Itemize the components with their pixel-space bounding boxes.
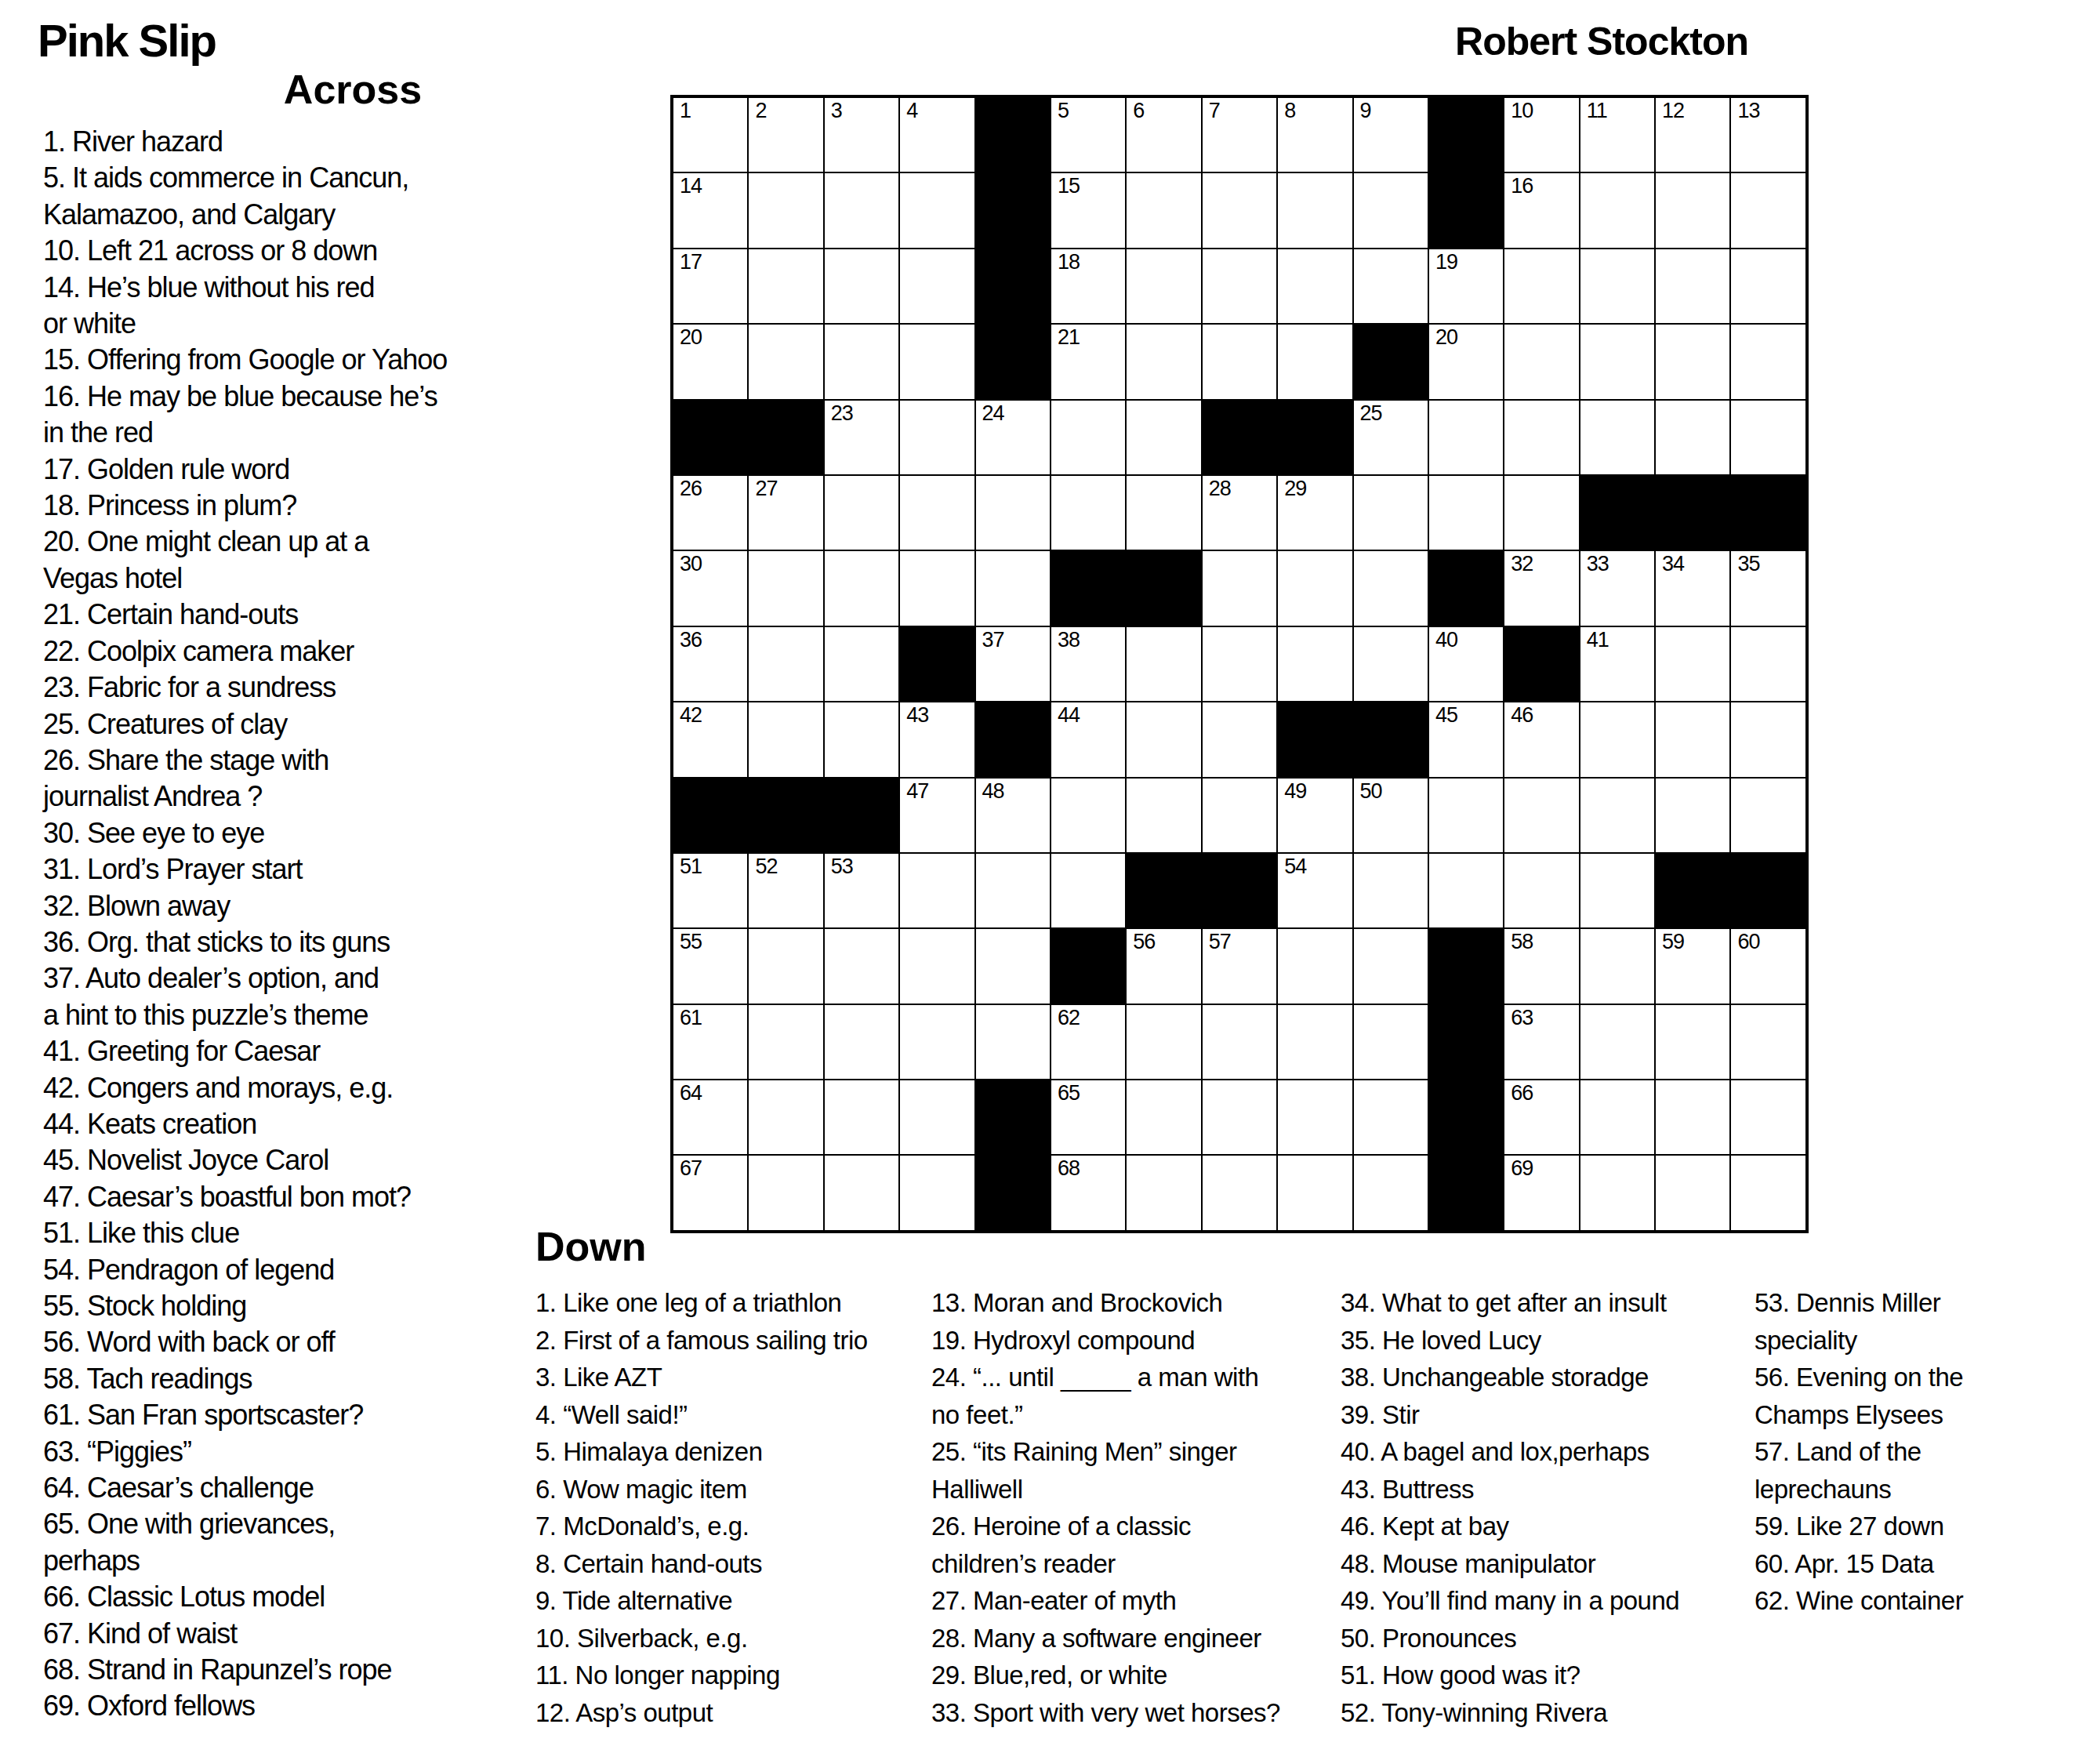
- grid-cell[interactable]: [1655, 1080, 1730, 1155]
- grid-cell[interactable]: 7: [1202, 97, 1277, 172]
- grid-cell[interactable]: 16: [1504, 172, 1579, 248]
- grid-cell[interactable]: 61: [673, 1004, 748, 1080]
- cell-number: 68: [1058, 1158, 1080, 1179]
- grid-cell[interactable]: [1504, 475, 1579, 550]
- grid-cell[interactable]: 2: [748, 97, 823, 172]
- grid-cell[interactable]: [1353, 1155, 1428, 1230]
- cell-number: 51: [680, 856, 702, 877]
- grid-cell[interactable]: [899, 249, 974, 324]
- grid-cell[interactable]: [824, 475, 899, 550]
- grid-cell[interactable]: 64: [673, 1080, 748, 1155]
- grid-cell[interactable]: [1504, 400, 1579, 475]
- grid-cell[interactable]: [1655, 702, 1730, 777]
- cell-number: 1: [680, 100, 691, 122]
- across-clue-line: Kalamazoo, and Calgary: [43, 197, 447, 233]
- grid-cell[interactable]: [1730, 172, 1805, 248]
- grid-cell[interactable]: 58: [1504, 928, 1579, 1004]
- grid-cell[interactable]: [1655, 626, 1730, 702]
- grid-cell[interactable]: [824, 1080, 899, 1155]
- across-clue-line: 25. Creatures of clay: [43, 706, 447, 742]
- grid-cell[interactable]: [1504, 249, 1579, 324]
- across-clue-line: 68. Strand in Rapunzel’s rope: [43, 1652, 447, 1688]
- grid-cell[interactable]: 62: [1051, 1004, 1126, 1080]
- grid-cell[interactable]: 47: [899, 778, 974, 853]
- grid-cell[interactable]: [748, 172, 823, 248]
- grid-cell[interactable]: 24: [975, 400, 1051, 475]
- grid-cell[interactable]: 25: [1353, 400, 1428, 475]
- across-clue-line: 31. Lord’s Prayer start: [43, 851, 447, 887]
- grid-cell[interactable]: [824, 550, 899, 626]
- black-cell: [1353, 324, 1428, 399]
- grid-cell[interactable]: 63: [1504, 1004, 1579, 1080]
- cell-number: 8: [1284, 100, 1295, 122]
- grid-cell[interactable]: 20: [1428, 324, 1504, 399]
- grid-cell[interactable]: 55: [673, 928, 748, 1004]
- grid-cell[interactable]: 38: [1051, 626, 1126, 702]
- grid-cell[interactable]: [824, 324, 899, 399]
- grid-cell[interactable]: 29: [1277, 475, 1352, 550]
- across-clue-line: journalist Andrea ?: [43, 779, 447, 815]
- down-clue-line: no feet.”: [931, 1396, 1280, 1434]
- grid-cell[interactable]: [899, 550, 974, 626]
- across-clue-line: 61. San Fran sportscaster?: [43, 1397, 447, 1433]
- grid-cell[interactable]: [1277, 172, 1352, 248]
- grid-cell[interactable]: [1202, 626, 1277, 702]
- grid-cell[interactable]: [1277, 1004, 1352, 1080]
- grid-cell[interactable]: [1730, 400, 1805, 475]
- across-clue-line: 22. Coolpix camera maker: [43, 633, 447, 670]
- grid-cell[interactable]: [1580, 1004, 1655, 1080]
- grid-cell[interactable]: [1277, 626, 1352, 702]
- cell-number: 7: [1209, 100, 1220, 122]
- down-clue-line: 33. Sport with very wet horses?: [931, 1694, 1280, 1732]
- grid-cell[interactable]: [975, 475, 1051, 550]
- cell-number: 9: [1360, 100, 1371, 122]
- across-clue-line: a hint to this puzzle’s theme: [43, 997, 447, 1033]
- grid-cell[interactable]: [899, 400, 974, 475]
- grid-cell[interactable]: 53: [824, 853, 899, 928]
- across-clue-line: 10. Left 21 across or 8 down: [43, 233, 447, 269]
- grid-cell[interactable]: 34: [1655, 550, 1730, 626]
- black-cell: [975, 702, 1051, 777]
- grid-cell[interactable]: [899, 1004, 974, 1080]
- cell-number: 10: [1511, 100, 1533, 122]
- grid-cell[interactable]: [1277, 1155, 1352, 1230]
- black-cell: [1655, 475, 1730, 550]
- grid-cell[interactable]: 26: [673, 475, 748, 550]
- grid-cell[interactable]: [1655, 400, 1730, 475]
- grid-cell[interactable]: 19: [1428, 249, 1504, 324]
- across-clue-line: 55. Stock holding: [43, 1288, 447, 1324]
- grid-cell[interactable]: 57: [1202, 928, 1277, 1004]
- down-clue-line: 56. Evening on the: [1755, 1359, 1963, 1396]
- down-clue-line: 1. Like one leg of a triathlon: [535, 1284, 868, 1322]
- grid-cell[interactable]: [1202, 1155, 1277, 1230]
- grid-cell[interactable]: 17: [673, 249, 748, 324]
- grid-cell[interactable]: [1126, 249, 1201, 324]
- cell-number: 34: [1662, 554, 1684, 575]
- grid-cell[interactable]: 14: [673, 172, 748, 248]
- grid-cell[interactable]: [1126, 172, 1201, 248]
- across-clue-line: 30. See eye to eye: [43, 815, 447, 851]
- black-cell: [1730, 475, 1805, 550]
- down-clue-line: 3. Like AZT: [535, 1359, 868, 1396]
- cell-number: 45: [1435, 705, 1457, 726]
- down-clue-line: 39. Stir: [1341, 1396, 1679, 1434]
- cell-number: 20: [680, 327, 702, 348]
- grid-cell[interactable]: [1126, 626, 1201, 702]
- black-cell: [1580, 475, 1655, 550]
- grid-cell[interactable]: [1202, 778, 1277, 853]
- grid-cell[interactable]: [1202, 702, 1277, 777]
- grid-cell[interactable]: [975, 928, 1051, 1004]
- black-cell: [1730, 853, 1805, 928]
- grid-cell[interactable]: 52: [748, 853, 823, 928]
- cell-number: 58: [1511, 931, 1533, 953]
- down-clue-column: 13. Moran and Brockovich19. Hydroxyl com…: [931, 1284, 1280, 1731]
- grid-cell[interactable]: [1655, 778, 1730, 853]
- grid-cell[interactable]: [748, 928, 823, 1004]
- across-clue-line: 20. One might clean up at a: [43, 524, 447, 560]
- grid-cell[interactable]: [1730, 1080, 1805, 1155]
- grid-cell[interactable]: [1504, 778, 1579, 853]
- down-clue-line: 11. No longer napping: [535, 1657, 868, 1694]
- down-clue-column: 34. What to get after an insult35. He lo…: [1341, 1284, 1679, 1731]
- down-clue-line: 10. Silverback, e.g.: [535, 1620, 868, 1657]
- cell-number: 23: [831, 403, 853, 424]
- grid-cell[interactable]: 28: [1202, 475, 1277, 550]
- grid-cell[interactable]: [1730, 249, 1805, 324]
- grid-cell[interactable]: [748, 626, 823, 702]
- grid-cell[interactable]: 67: [673, 1155, 748, 1230]
- grid-cell[interactable]: [1353, 928, 1428, 1004]
- grid-cell[interactable]: 60: [1730, 928, 1805, 1004]
- grid-cell[interactable]: 45: [1428, 702, 1504, 777]
- cell-number: 40: [1435, 630, 1457, 651]
- grid-cell[interactable]: 41: [1580, 626, 1655, 702]
- grid-cell[interactable]: [1126, 475, 1201, 550]
- grid-cell[interactable]: [824, 1004, 899, 1080]
- grid-cell[interactable]: [1428, 778, 1504, 853]
- down-clue-line: 9. Tide alternative: [535, 1582, 868, 1620]
- grid-cell[interactable]: [1655, 324, 1730, 399]
- cell-number: 53: [831, 856, 853, 877]
- grid-cell[interactable]: [1126, 778, 1201, 853]
- grid-cell[interactable]: 4: [899, 97, 974, 172]
- down-clue-line: speciality: [1755, 1322, 1963, 1359]
- grid-cell[interactable]: [1202, 1080, 1277, 1155]
- grid-cell[interactable]: 54: [1277, 853, 1352, 928]
- grid-cell[interactable]: [748, 702, 823, 777]
- grid-cell[interactable]: [1202, 249, 1277, 324]
- cell-number: 60: [1737, 931, 1759, 953]
- grid-cell[interactable]: [899, 324, 974, 399]
- grid-cell[interactable]: [1126, 400, 1201, 475]
- across-clue-line: or white: [43, 306, 447, 342]
- grid-cell[interactable]: 5: [1051, 97, 1126, 172]
- grid-cell[interactable]: [1353, 550, 1428, 626]
- grid-cell[interactable]: [1202, 324, 1277, 399]
- grid-cell[interactable]: 68: [1051, 1155, 1126, 1230]
- across-clue-line: 16. He may be blue because he’s: [43, 379, 447, 415]
- grid-cell[interactable]: 66: [1504, 1080, 1579, 1155]
- down-clue-line: 49. You’ll find many in a pound: [1341, 1582, 1679, 1620]
- grid-cell[interactable]: [1353, 626, 1428, 702]
- grid-cell[interactable]: [1428, 400, 1504, 475]
- grid-cell[interactable]: [1730, 1004, 1805, 1080]
- grid-cell[interactable]: 56: [1126, 928, 1201, 1004]
- down-clue-line: 57. Land of the: [1755, 1433, 1963, 1471]
- grid-cell[interactable]: [1580, 853, 1655, 928]
- across-clue-line: 54. Pendragon of legend: [43, 1252, 447, 1288]
- across-clue-line: 58. Tach readings: [43, 1361, 447, 1397]
- grid-cell[interactable]: [1126, 1004, 1201, 1080]
- grid-cell[interactable]: 65: [1051, 1080, 1126, 1155]
- cell-number: 28: [1209, 478, 1231, 499]
- grid-cell[interactable]: 49: [1277, 778, 1352, 853]
- down-clue-column: 1. Like one leg of a triathlon2. First o…: [535, 1284, 868, 1731]
- grid-cell[interactable]: [1655, 1155, 1730, 1230]
- cell-number: 59: [1662, 931, 1684, 953]
- black-cell: [1353, 702, 1428, 777]
- grid-cell[interactable]: [1655, 1004, 1730, 1080]
- grid-cell[interactable]: [1051, 778, 1126, 853]
- black-cell: [1277, 400, 1352, 475]
- cell-number: 17: [680, 252, 702, 273]
- grid-cell[interactable]: 1: [673, 97, 748, 172]
- grid-cell[interactable]: 6: [1126, 97, 1201, 172]
- grid-cell[interactable]: [1277, 928, 1352, 1004]
- grid-cell[interactable]: [824, 1155, 899, 1230]
- grid-cell[interactable]: 36: [673, 626, 748, 702]
- black-cell: [1277, 702, 1352, 777]
- cell-number: 54: [1284, 856, 1306, 877]
- grid-cell[interactable]: 21: [1051, 324, 1126, 399]
- grid-cell[interactable]: 43: [899, 702, 974, 777]
- grid-cell[interactable]: 33: [1580, 550, 1655, 626]
- crossword-grid: 1234567891011121314151617181920212023242…: [670, 95, 1809, 1233]
- grid-cell[interactable]: [899, 928, 974, 1004]
- down-clue-line: 28. Many a software engineer: [931, 1620, 1280, 1657]
- black-cell: [1051, 928, 1126, 1004]
- grid-cell[interactable]: 27: [748, 475, 823, 550]
- cell-number: 48: [982, 781, 1004, 802]
- grid-cell[interactable]: [1051, 853, 1126, 928]
- down-clue-line: leprechauns: [1755, 1471, 1963, 1508]
- grid-cell[interactable]: [1353, 1080, 1428, 1155]
- grid-cell[interactable]: [1580, 172, 1655, 248]
- grid-cell[interactable]: [1730, 324, 1805, 399]
- grid-cell[interactable]: [1353, 853, 1428, 928]
- grid-cell[interactable]: [1655, 172, 1730, 248]
- grid-cell[interactable]: [1504, 853, 1579, 928]
- black-cell: [824, 778, 899, 853]
- grid-cell[interactable]: [1655, 249, 1730, 324]
- grid-cell[interactable]: [1580, 778, 1655, 853]
- grid-cell[interactable]: [1277, 550, 1352, 626]
- grid-cell[interactable]: [824, 249, 899, 324]
- cell-number: 37: [982, 630, 1004, 651]
- cell-number: 50: [1360, 781, 1382, 802]
- grid-cell[interactable]: [1580, 324, 1655, 399]
- grid-cell[interactable]: [824, 928, 899, 1004]
- black-cell: [975, 1155, 1051, 1230]
- cell-number: 49: [1284, 781, 1306, 802]
- grid-cell[interactable]: 48: [975, 778, 1051, 853]
- grid-cell[interactable]: 69: [1504, 1155, 1579, 1230]
- grid-cell[interactable]: [1580, 400, 1655, 475]
- grid-cell[interactable]: [899, 172, 974, 248]
- down-clue-line: 34. What to get after an insult: [1341, 1284, 1679, 1322]
- down-header: Down: [535, 1223, 647, 1270]
- black-cell: [1655, 853, 1730, 928]
- grid-cell[interactable]: [1353, 1004, 1428, 1080]
- grid-cell[interactable]: 10: [1504, 97, 1579, 172]
- grid-cell[interactable]: [1353, 249, 1428, 324]
- grid-cell[interactable]: [975, 853, 1051, 928]
- grid-cell[interactable]: [1730, 702, 1805, 777]
- down-clue-line: 7. McDonald’s, e.g.: [535, 1508, 868, 1545]
- across-clue-line: 45. Novelist Joyce Carol: [43, 1142, 447, 1178]
- grid-cell[interactable]: [1428, 475, 1504, 550]
- grid-cell[interactable]: [1126, 702, 1201, 777]
- across-clue-line: 65. One with grievances,: [43, 1506, 447, 1542]
- grid-cell[interactable]: 51: [673, 853, 748, 928]
- grid-cell[interactable]: [1126, 324, 1201, 399]
- down-clue-line: 25. “its Raining Men” singer: [931, 1433, 1280, 1471]
- black-cell: [1202, 853, 1277, 928]
- grid-cell[interactable]: [748, 249, 823, 324]
- grid-cell[interactable]: 3: [824, 97, 899, 172]
- grid-cell[interactable]: [1126, 1080, 1201, 1155]
- black-cell: [748, 778, 823, 853]
- grid-cell[interactable]: [1580, 702, 1655, 777]
- grid-cell[interactable]: [1277, 1080, 1352, 1155]
- across-clue-line: 56. Word with back or off: [43, 1324, 447, 1360]
- black-cell: [1051, 550, 1126, 626]
- grid-cell[interactable]: [748, 550, 823, 626]
- grid-cell[interactable]: 59: [1655, 928, 1730, 1004]
- grid-cell[interactable]: [1277, 324, 1352, 399]
- grid-cell[interactable]: 13: [1730, 97, 1805, 172]
- grid-cell[interactable]: 15: [1051, 172, 1126, 248]
- grid-cell[interactable]: [1428, 853, 1504, 928]
- grid-cell[interactable]: 23: [824, 400, 899, 475]
- grid-cell[interactable]: [1730, 778, 1805, 853]
- grid-cell[interactable]: [1730, 1155, 1805, 1230]
- grid-cell[interactable]: [1051, 400, 1126, 475]
- black-cell: [975, 324, 1051, 399]
- cell-number: 26: [680, 478, 702, 499]
- grid-cell[interactable]: 18: [1051, 249, 1126, 324]
- grid-cell[interactable]: [824, 702, 899, 777]
- grid-cell[interactable]: [899, 853, 974, 928]
- grid-cell[interactable]: [1580, 249, 1655, 324]
- grid-cell[interactable]: [899, 1080, 974, 1155]
- grid-cell[interactable]: [1202, 172, 1277, 248]
- grid-cell[interactable]: [824, 172, 899, 248]
- grid-cell[interactable]: 32: [1504, 550, 1579, 626]
- grid-cell[interactable]: [824, 626, 899, 702]
- grid-cell[interactable]: 35: [1730, 550, 1805, 626]
- cell-number: 4: [906, 100, 917, 122]
- grid-cell[interactable]: [1580, 1080, 1655, 1155]
- grid-cell[interactable]: 37: [975, 626, 1051, 702]
- grid-cell[interactable]: [899, 475, 974, 550]
- cell-number: 11: [1587, 100, 1607, 122]
- grid-cell[interactable]: [1202, 1004, 1277, 1080]
- grid-cell[interactable]: 20: [673, 324, 748, 399]
- grid-cell[interactable]: [899, 1155, 974, 1230]
- grid-cell[interactable]: [1580, 1155, 1655, 1230]
- grid-cell[interactable]: 42: [673, 702, 748, 777]
- cell-number: 18: [1058, 252, 1080, 273]
- across-clue-line: perhaps: [43, 1543, 447, 1579]
- black-cell: [1428, 172, 1504, 248]
- across-clue-line: 14. He’s blue without his red: [43, 270, 447, 306]
- grid-cell[interactable]: [975, 550, 1051, 626]
- down-clue-line: 13. Moran and Brockovich: [931, 1284, 1280, 1322]
- grid-cell[interactable]: 46: [1504, 702, 1579, 777]
- grid-cell[interactable]: 12: [1655, 97, 1730, 172]
- grid-cell[interactable]: 11: [1580, 97, 1655, 172]
- grid-cell[interactable]: 50: [1353, 778, 1428, 853]
- grid-cell[interactable]: 44: [1051, 702, 1126, 777]
- grid-cell[interactable]: [1051, 475, 1126, 550]
- grid-cell[interactable]: [748, 1004, 823, 1080]
- grid-cell[interactable]: 8: [1277, 97, 1352, 172]
- grid-cell[interactable]: 30: [673, 550, 748, 626]
- grid-cell[interactable]: [1353, 475, 1428, 550]
- crossword-page: { "game": "crossword", "title": "Pink Sl…: [0, 0, 2083, 1764]
- across-clue-line: in the red: [43, 415, 447, 451]
- across-clue-line: 32. Blown away: [43, 888, 447, 924]
- grid-cell[interactable]: [1580, 928, 1655, 1004]
- down-clue-line: 2. First of a famous sailing trio: [535, 1322, 868, 1359]
- grid-cell[interactable]: 9: [1353, 97, 1428, 172]
- cell-number: 3: [831, 100, 842, 122]
- grid-cell[interactable]: [1277, 249, 1352, 324]
- grid-cell[interactable]: [1730, 626, 1805, 702]
- cell-number: 30: [680, 554, 702, 575]
- cell-number: 52: [755, 856, 777, 877]
- grid-cell[interactable]: [748, 1155, 823, 1230]
- down-clue-line: 60. Apr. 15 Data: [1755, 1545, 1963, 1583]
- black-cell: [1504, 626, 1579, 702]
- down-clue-line: Champs Elysees: [1755, 1396, 1963, 1434]
- grid-cell[interactable]: [1126, 1155, 1201, 1230]
- cell-number: 67: [680, 1158, 702, 1179]
- across-header: Across: [259, 66, 447, 113]
- grid-cell[interactable]: 40: [1428, 626, 1504, 702]
- cell-number: 42: [680, 705, 702, 726]
- grid-cell[interactable]: [1353, 172, 1428, 248]
- grid-cell[interactable]: [975, 1004, 1051, 1080]
- cell-number: 32: [1511, 554, 1533, 575]
- down-clue-line: 50. Pronounces: [1341, 1620, 1679, 1657]
- down-clue-line: 26. Heroine of a classic: [931, 1508, 1280, 1545]
- cell-number: 24: [982, 403, 1004, 424]
- grid-cell[interactable]: [748, 1080, 823, 1155]
- down-clue-line: 6. Wow magic item: [535, 1471, 868, 1508]
- grid-cell[interactable]: [748, 324, 823, 399]
- cell-number: 5: [1058, 100, 1069, 122]
- across-clue-line: 26. Share the stage with: [43, 742, 447, 779]
- cell-number: 2: [755, 100, 766, 122]
- grid-cell[interactable]: [1202, 550, 1277, 626]
- grid-cell[interactable]: [1504, 324, 1579, 399]
- cell-number: 69: [1511, 1158, 1533, 1179]
